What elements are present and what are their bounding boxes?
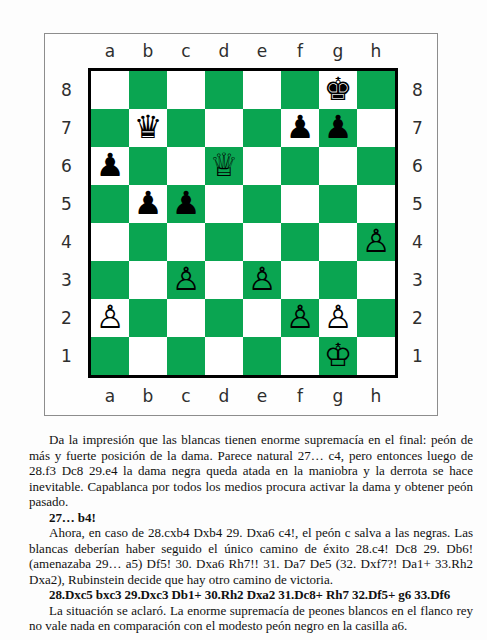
rank-label-2: 2 [61, 310, 72, 327]
square-g6 [319, 147, 357, 185]
square-h8 [357, 71, 395, 109]
paragraph-analysis: Ahora, en caso de 28.cxb4 Dxb4 29. Dxa6 … [29, 525, 473, 587]
square-e6 [243, 147, 281, 185]
square-a8 [91, 71, 129, 109]
white-pawn: ♙ [96, 299, 125, 336]
square-g8: ♚ [319, 71, 357, 109]
square-a7 [91, 109, 129, 147]
square-a6: ♟ [91, 147, 129, 185]
square-d1 [205, 337, 243, 375]
square-f3 [281, 261, 319, 299]
square-f5 [281, 185, 319, 223]
file-label-f: f [297, 388, 303, 405]
black-pawn: ♟ [172, 185, 201, 222]
white-king: ♔ [324, 337, 353, 374]
square-h7 [357, 109, 395, 147]
rank-label-3: 3 [412, 272, 423, 289]
rank-label-4: 4 [412, 234, 423, 251]
white-queen: ♕ [210, 147, 239, 184]
book-page: abcdefgh 87654321 ♚♛♟♟♟♕♟♟♙♙♙♙♙♙♔ 876543… [0, 33, 487, 640]
rank-label-6: 6 [61, 158, 72, 175]
square-d5 [205, 185, 243, 223]
move-line-28-33: 28.Dxc5 bxc3 29.Dxc3 Db1+ 30.Rh2 Dxa2 31… [29, 587, 473, 603]
file-labels-top: abcdefgh [88, 34, 398, 68]
file-label-e: e [257, 43, 267, 60]
file-label-d: d [219, 388, 230, 405]
white-pawn: ♙ [324, 299, 353, 336]
square-h1 [357, 337, 395, 375]
square-f1 [281, 337, 319, 375]
square-d8 [205, 71, 243, 109]
chess-diagram: abcdefgh 87654321 ♚♛♟♟♟♕♟♟♙♙♙♙♙♙♔ 876543… [44, 33, 438, 416]
square-c4 [167, 223, 205, 261]
square-c7 [167, 109, 205, 147]
square-h3 [357, 261, 395, 299]
black-pawn: ♟ [324, 109, 353, 146]
file-label-c: c [181, 43, 190, 60]
file-label-b: b [143, 43, 154, 60]
square-a1 [91, 337, 129, 375]
square-e8 [243, 71, 281, 109]
file-label-f: f [297, 43, 303, 60]
square-b4 [129, 223, 167, 261]
file-label-e: e [257, 388, 267, 405]
rank-label-3: 3 [61, 272, 72, 289]
rank-label-8: 8 [412, 82, 423, 99]
rank-labels-right: 87654321 [398, 68, 437, 378]
file-labels-bottom: abcdefgh [88, 378, 398, 415]
file-label-h: h [371, 388, 382, 405]
square-e5 [243, 185, 281, 223]
square-c5: ♟ [167, 185, 205, 223]
rank-label-1: 1 [412, 348, 423, 365]
file-label-b: b [143, 388, 154, 405]
square-g4 [319, 223, 357, 261]
square-f2: ♙ [281, 299, 319, 337]
square-c8 [167, 71, 205, 109]
square-f7: ♟ [281, 109, 319, 147]
square-b7: ♛ [129, 109, 167, 147]
black-pawn: ♟ [286, 109, 315, 146]
rank-label-7: 7 [61, 120, 72, 137]
square-h6 [357, 147, 395, 185]
square-e7 [243, 109, 281, 147]
square-e2 [243, 299, 281, 337]
rank-label-4: 4 [61, 234, 72, 251]
file-label-a: a [105, 43, 115, 60]
black-pawn: ♟ [134, 185, 163, 222]
square-c3: ♙ [167, 261, 205, 299]
rank-label-6: 6 [412, 158, 423, 175]
square-g1: ♔ [319, 337, 357, 375]
file-label-a: a [105, 388, 115, 405]
square-g5 [319, 185, 357, 223]
square-f4 [281, 223, 319, 261]
paragraph-conclusion: La situación se aclaró. La enorme suprem… [29, 603, 473, 634]
annotation-text: Da la impresión que las blancas tienen e… [29, 432, 473, 634]
white-pawn: ♙ [172, 261, 201, 298]
square-d4 [205, 223, 243, 261]
square-e4 [243, 223, 281, 261]
square-a4 [91, 223, 129, 261]
file-label-g: g [333, 388, 344, 405]
rank-label-5: 5 [412, 196, 423, 213]
square-f6 [281, 147, 319, 185]
square-h2 [357, 299, 395, 337]
square-b3 [129, 261, 167, 299]
square-a2: ♙ [91, 299, 129, 337]
white-pawn: ♙ [248, 261, 277, 298]
black-king: ♚ [324, 71, 353, 108]
square-d2 [205, 299, 243, 337]
move-line-27: 27… b4! [29, 510, 473, 526]
rank-label-2: 2 [412, 310, 423, 327]
square-b5: ♟ [129, 185, 167, 223]
square-b1 [129, 337, 167, 375]
rank-label-1: 1 [61, 348, 72, 365]
file-label-d: d [219, 43, 230, 60]
square-b2 [129, 299, 167, 337]
black-queen: ♛ [134, 109, 163, 146]
file-label-g: g [333, 43, 344, 60]
square-c1 [167, 337, 205, 375]
square-g2: ♙ [319, 299, 357, 337]
black-pawn: ♟ [96, 147, 125, 184]
square-d6: ♕ [205, 147, 243, 185]
paragraph-intro: Da la impresión que las blancas tienen e… [29, 432, 473, 510]
square-f8 [281, 71, 319, 109]
file-label-c: c [181, 388, 190, 405]
square-h4: ♙ [357, 223, 395, 261]
square-g3 [319, 261, 357, 299]
white-pawn: ♙ [286, 299, 315, 336]
square-h5 [357, 185, 395, 223]
rank-label-5: 5 [61, 196, 72, 213]
file-label-h: h [371, 43, 382, 60]
square-e3: ♙ [243, 261, 281, 299]
square-c6 [167, 147, 205, 185]
square-b6 [129, 147, 167, 185]
rank-label-8: 8 [61, 82, 72, 99]
rank-label-7: 7 [412, 120, 423, 137]
square-b8 [129, 71, 167, 109]
square-g7: ♟ [319, 109, 357, 147]
square-e1 [243, 337, 281, 375]
square-c2 [167, 299, 205, 337]
white-pawn: ♙ [362, 223, 391, 260]
chess-board: ♚♛♟♟♟♕♟♟♙♙♙♙♙♙♔ [88, 68, 398, 378]
square-d3 [205, 261, 243, 299]
rank-labels-left: 87654321 [45, 68, 88, 378]
square-d7 [205, 109, 243, 147]
square-a3 [91, 261, 129, 299]
square-a5 [91, 185, 129, 223]
